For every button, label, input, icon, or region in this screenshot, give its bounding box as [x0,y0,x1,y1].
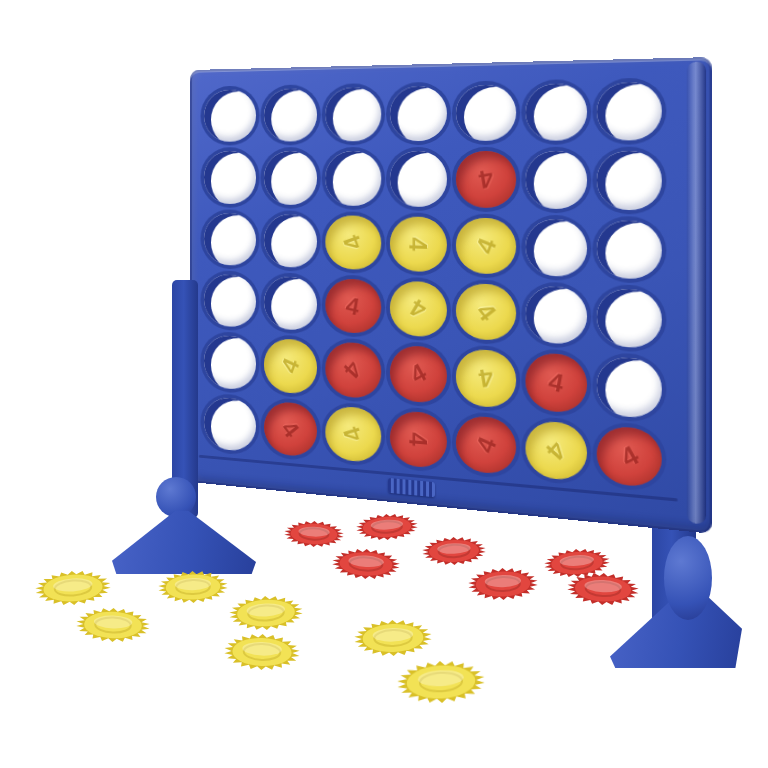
board-cell[interactable] [525,285,587,345]
disc-emboss-4: 4 [616,441,643,471]
board-cell[interactable]: 4 [456,217,516,275]
board-cell[interactable] [326,87,381,142]
board-cell[interactable] [204,151,256,204]
board-grid: 444444444444444444 [204,82,662,489]
loose-disc-yellow[interactable] [72,604,153,647]
board-cell[interactable] [204,213,256,267]
scene: 444444444444444444 [0,0,768,768]
disc-emboss-4: 4 [277,416,303,441]
board-cell[interactable] [390,86,448,142]
board-cell[interactable] [204,396,256,452]
board-cell[interactable]: 4 [390,280,448,338]
board-cell[interactable] [597,82,662,141]
board-cell[interactable] [525,83,587,141]
loose-disc-red[interactable] [328,544,404,584]
right-leg-pivot-knob [664,536,712,620]
disc-emboss-4: 4 [477,166,495,193]
disc-emboss-4: 4 [471,433,500,456]
loose-disc-yellow[interactable] [225,591,307,635]
disc-emboss-4: 4 [340,357,367,384]
disc-emboss-4: 4 [340,232,367,253]
loose-disc-yellow[interactable] [350,616,435,661]
board-cell[interactable]: 4 [456,349,516,409]
board-cell[interactable]: 4 [456,151,516,208]
board-cell[interactable] [525,151,587,209]
disc-emboss-4: 4 [340,424,367,444]
board-cell[interactable] [597,151,662,210]
board-cell[interactable]: 4 [525,419,587,481]
board-cell[interactable]: 4 [390,345,448,404]
board-cell[interactable]: 4 [456,414,516,475]
board-cell[interactable]: 4 [456,283,516,342]
board-cell[interactable] [264,151,317,205]
board-cell[interactable] [597,288,662,349]
disc-emboss-4: 4 [477,365,495,392]
board-cell[interactable] [390,151,448,207]
board-cell[interactable] [204,335,256,390]
disc-emboss-4: 4 [406,431,431,447]
loose-disc-red[interactable] [418,533,489,569]
board-cell[interactable]: 4 [264,400,317,457]
board-cell[interactable]: 4 [326,215,381,271]
release-slider[interactable] [388,478,435,497]
disc-emboss-4: 4 [344,293,361,320]
loose-disc-red[interactable] [563,568,643,610]
board-cell[interactable] [525,218,587,277]
disc-emboss-4: 4 [406,295,430,323]
disc-emboss-4: 4 [471,235,500,257]
loose-disc-yellow[interactable] [220,630,303,675]
board-cell[interactable]: 4 [597,425,662,489]
board-cell[interactable]: 4 [326,341,381,399]
loose-disc-red[interactable] [464,564,541,605]
board-cell[interactable] [204,89,256,142]
board-cell[interactable] [264,276,317,332]
board-cell[interactable] [597,220,662,280]
disc-emboss-4: 4 [406,360,430,389]
board-cell[interactable] [597,356,662,418]
loose-disc-red[interactable] [352,509,422,545]
board-cell[interactable]: 4 [326,278,381,335]
board-right-rail [687,61,706,524]
board-cell[interactable] [264,88,317,142]
board-cell[interactable]: 4 [264,338,317,394]
board-cell[interactable] [326,151,381,206]
board-cell[interactable] [264,214,317,269]
board-cell[interactable] [456,84,516,141]
board-cell[interactable]: 4 [390,216,448,273]
loose-disc-yellow[interactable] [154,567,231,608]
disc-emboss-4: 4 [547,368,566,397]
disc-emboss-4: 4 [541,436,571,465]
board-cell[interactable]: 4 [326,405,381,464]
board-cell[interactable]: 4 [390,410,448,470]
disc-emboss-4: 4 [406,237,431,251]
left-foot [112,508,256,574]
disc-emboss-4: 4 [472,299,501,326]
connect-four-board: 444444444444444444 [190,57,712,534]
disc-emboss-4: 4 [277,355,303,377]
loose-disc-yellow[interactable] [393,656,489,709]
board-cell[interactable] [204,274,256,328]
board-cell[interactable]: 4 [525,352,587,413]
